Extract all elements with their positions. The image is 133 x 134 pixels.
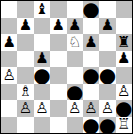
black-pawn-piece[interactable]: ♟ — [19, 18, 32, 33]
white-pawn-piece[interactable]: ♙ — [84, 101, 97, 116]
square-f3[interactable] — [83, 84, 99, 101]
white-knight-piece[interactable]: ♘ — [68, 35, 81, 50]
square-a7[interactable] — [1, 18, 17, 35]
black-disc-marker[interactable]: ● — [116, 100, 132, 117]
square-c8[interactable]: ♝ — [34, 1, 50, 18]
black-bishop-piece[interactable]: ♝ — [35, 2, 48, 17]
square-b6[interactable] — [17, 34, 33, 51]
square-a5[interactable] — [1, 51, 17, 68]
chess-board: ♝●♟♟♟♟♟♘♟♜♟♟♙●●●♗●♙♙♙♙♙♙●●●♖ — [0, 0, 133, 134]
square-h1[interactable]: ♖ — [116, 117, 132, 134]
square-b2[interactable]: ♙ — [17, 100, 33, 117]
black-pawn-piece[interactable]: ♟ — [52, 18, 65, 33]
square-g6[interactable] — [99, 34, 115, 51]
black-disc-marker[interactable]: ● — [34, 67, 50, 84]
square-h6[interactable]: ♜ — [116, 34, 132, 51]
square-b8[interactable] — [17, 1, 33, 18]
black-pawn-piece[interactable]: ♟ — [101, 18, 114, 33]
square-d2[interactable] — [50, 100, 66, 117]
square-d1[interactable] — [50, 117, 66, 134]
square-d5[interactable] — [50, 51, 66, 68]
square-b5[interactable] — [17, 51, 33, 68]
square-d6[interactable] — [50, 34, 66, 51]
white-bishop-piece[interactable]: ♗ — [19, 84, 32, 99]
square-c3[interactable] — [34, 84, 50, 101]
square-d3[interactable] — [50, 84, 66, 101]
square-e3[interactable]: ● — [67, 84, 83, 101]
black-pawn-piece[interactable]: ♟ — [117, 51, 130, 66]
square-a2[interactable] — [1, 100, 17, 117]
white-pawn-piece[interactable]: ♙ — [68, 101, 81, 116]
square-a1[interactable] — [1, 117, 17, 134]
black-disc-marker[interactable]: ● — [83, 67, 99, 84]
square-g8[interactable] — [99, 1, 115, 18]
square-g2[interactable]: ♙ — [99, 100, 115, 117]
white-pawn-piece[interactable]: ♙ — [19, 101, 32, 116]
square-h3[interactable]: ♙ — [116, 84, 132, 101]
square-f8[interactable]: ● — [83, 1, 99, 18]
square-d7[interactable]: ♟ — [50, 18, 66, 35]
square-h7[interactable] — [116, 18, 132, 35]
square-d8[interactable] — [50, 1, 66, 18]
square-c1[interactable] — [34, 117, 50, 134]
square-g4[interactable]: ● — [99, 67, 115, 84]
square-f4[interactable]: ● — [83, 67, 99, 84]
square-c2[interactable]: ♙ — [34, 100, 50, 117]
square-e2[interactable]: ♙ — [67, 100, 83, 117]
black-disc-marker[interactable]: ● — [83, 1, 99, 18]
square-b3[interactable]: ♗ — [17, 84, 33, 101]
black-disc-marker[interactable]: ● — [67, 84, 83, 101]
black-pawn-piece[interactable]: ♟ — [35, 51, 48, 66]
square-b7[interactable]: ♟ — [17, 18, 33, 35]
square-e5[interactable] — [67, 51, 83, 68]
square-e6[interactable]: ♘ — [67, 34, 83, 51]
square-h2[interactable]: ● — [116, 100, 132, 117]
square-e4[interactable] — [67, 67, 83, 84]
square-d4[interactable] — [50, 67, 66, 84]
white-rook-piece[interactable]: ♖ — [117, 117, 130, 132]
white-pawn-piece[interactable]: ♙ — [35, 101, 48, 116]
square-f5[interactable] — [83, 51, 99, 68]
square-c5[interactable]: ♟ — [34, 51, 50, 68]
square-e8[interactable] — [67, 1, 83, 18]
square-c7[interactable] — [34, 18, 50, 35]
black-disc-marker[interactable]: ● — [99, 117, 115, 134]
black-disc-marker[interactable]: ● — [83, 117, 99, 134]
black-rook-piece[interactable]: ♜ — [117, 35, 130, 50]
chess-board-grid: ♝●♟♟♟♟♟♘♟♜♟♟♙●●●♗●♙♙♙♙♙♙●●●♖ — [1, 1, 132, 133]
black-pawn-piece[interactable]: ♟ — [84, 35, 97, 50]
square-a3[interactable] — [1, 84, 17, 101]
square-g1[interactable]: ● — [99, 117, 115, 134]
square-e7[interactable]: ♟ — [67, 18, 83, 35]
square-f6[interactable]: ♟ — [83, 34, 99, 51]
white-pawn-piece[interactable]: ♙ — [2, 68, 15, 83]
square-f1[interactable]: ● — [83, 117, 99, 134]
square-f2[interactable]: ♙ — [83, 100, 99, 117]
square-a8[interactable] — [1, 1, 17, 18]
black-pawn-piece[interactable]: ♟ — [68, 18, 81, 33]
square-c6[interactable] — [34, 34, 50, 51]
white-pawn-piece[interactable]: ♙ — [101, 101, 114, 116]
square-b4[interactable] — [17, 67, 33, 84]
square-b1[interactable] — [17, 117, 33, 134]
square-h5[interactable]: ♟ — [116, 51, 132, 68]
square-g7[interactable]: ♟ — [99, 18, 115, 35]
square-h4[interactable] — [116, 67, 132, 84]
square-g3[interactable] — [99, 84, 115, 101]
square-c4[interactable]: ● — [34, 67, 50, 84]
white-pawn-piece[interactable]: ♙ — [117, 84, 130, 99]
black-disc-marker[interactable]: ● — [99, 67, 115, 84]
square-f7[interactable] — [83, 18, 99, 35]
square-h8[interactable] — [116, 1, 132, 18]
black-pawn-piece[interactable]: ♟ — [2, 35, 15, 50]
square-e1[interactable] — [67, 117, 83, 134]
square-a6[interactable]: ♟ — [1, 34, 17, 51]
square-g5[interactable] — [99, 51, 115, 68]
square-a4[interactable]: ♙ — [1, 67, 17, 84]
